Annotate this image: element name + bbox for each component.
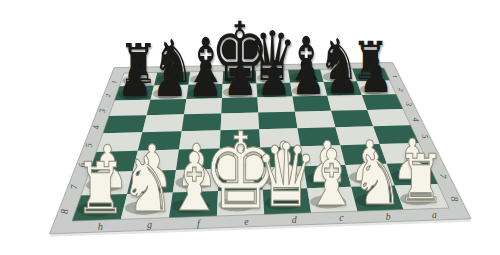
file-label: b <box>386 211 391 222</box>
rank-label-right: 1 <box>392 75 399 78</box>
file-label: d <box>292 214 297 225</box>
piece-shadow <box>175 176 210 189</box>
rank-label-left: 2 <box>105 94 113 98</box>
square-d4 <box>258 112 297 130</box>
rank-label-left: 4 <box>92 125 101 129</box>
square-c6 <box>301 145 346 166</box>
rank-label-right: 7 <box>438 174 448 179</box>
square-d6 <box>260 146 303 167</box>
square-a3 <box>362 94 403 110</box>
rank-label-left: 3 <box>98 109 107 114</box>
file-label: h <box>98 221 103 232</box>
square-b3 <box>327 95 367 111</box>
piece-shadow <box>156 75 183 85</box>
rank-label-right: 2 <box>397 88 405 92</box>
square-c3 <box>293 96 332 112</box>
square-e6 <box>219 147 262 168</box>
square-g3 <box>147 99 187 115</box>
piece-shadow <box>306 172 340 185</box>
square-f3 <box>184 98 222 114</box>
rank-label-left: 1 <box>110 80 117 83</box>
piece-shadow <box>400 192 435 205</box>
file-label: g <box>147 219 152 230</box>
piece-shadow <box>131 177 167 190</box>
square-b4 <box>331 110 373 127</box>
square-f5 <box>179 130 221 149</box>
square-e4 <box>221 113 260 131</box>
file-label: a <box>432 209 437 220</box>
rank-label-right: 3 <box>404 101 413 106</box>
piece-shadow <box>292 86 319 96</box>
file-label: c <box>339 212 344 223</box>
piece-shadow <box>290 73 316 83</box>
square-e3 <box>221 97 258 113</box>
rank-label-left: 7 <box>69 184 79 189</box>
piece-shadow <box>219 198 256 212</box>
piece-shadow <box>86 179 122 192</box>
piece-shadow <box>188 88 216 98</box>
rank-label-right: 5 <box>420 135 429 139</box>
piece-shadow <box>355 194 391 207</box>
square-b5 <box>336 126 380 145</box>
piece-shadow <box>122 76 149 86</box>
rank-label-right: 6 <box>428 153 438 158</box>
square-e5 <box>220 129 260 148</box>
piece-shadow <box>153 89 181 100</box>
piece-shadow <box>257 73 283 83</box>
square-c4 <box>295 111 336 128</box>
piece-shadow <box>172 199 209 213</box>
square-b6 <box>340 144 387 165</box>
rank-label-right: 4 <box>411 118 420 122</box>
square-f4 <box>182 113 222 131</box>
piece-shadow <box>360 84 387 94</box>
piece-shadow <box>392 170 426 183</box>
piece-shadow <box>326 85 353 95</box>
square-d3 <box>257 97 295 113</box>
square-f6 <box>176 149 220 171</box>
piece-shadow <box>219 175 254 188</box>
square-h4 <box>103 115 147 133</box>
piece-shadow <box>349 171 383 184</box>
piece-shadow <box>310 195 346 209</box>
square-d5 <box>259 128 300 147</box>
rank-label-left: 5 <box>85 143 94 147</box>
piece-shadow <box>125 201 163 215</box>
chessboard: hgfedcba1122334455667788 <box>0 0 500 255</box>
square-g4 <box>142 114 184 132</box>
product-photo: hgfedcba1122334455667788 ♜♞♝♚♛♝♞♜♟♟♟♟♟♟♟… <box>0 0 500 255</box>
piece-shadow <box>265 196 301 210</box>
square-h5 <box>96 132 142 152</box>
piece-shadow <box>263 173 298 186</box>
piece-shadow <box>223 87 251 97</box>
piece-shadow <box>258 86 286 96</box>
piece-shadow <box>190 75 217 85</box>
square-g5 <box>138 131 182 151</box>
square-h3 <box>109 100 151 116</box>
rank-label-right: 8 <box>449 196 459 201</box>
square-g6 <box>133 150 179 172</box>
piece-shadow <box>118 89 146 100</box>
piece-shadow <box>224 74 251 84</box>
square-h6 <box>89 151 138 173</box>
piece-shadow <box>78 202 116 216</box>
square-c5 <box>298 127 341 146</box>
piece-shadow <box>323 72 349 82</box>
rank-label-left: 8 <box>60 209 70 214</box>
file-label: e <box>244 216 249 227</box>
piece-shadow <box>355 71 381 81</box>
